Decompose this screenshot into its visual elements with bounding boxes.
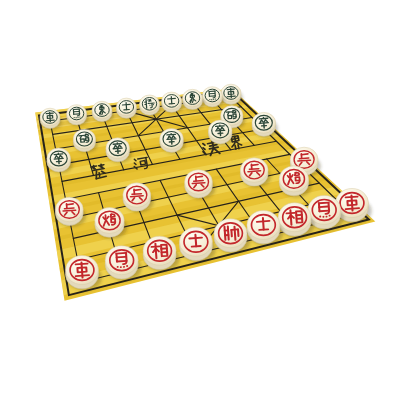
piece-char-red-chariot [345,195,359,211]
piece-black-horse[interactable] [202,87,224,108]
piece-black-soldier[interactable] [252,112,278,137]
xiangqi-board [0,0,400,400]
piece-char-red-chariot [75,262,89,278]
product-photo: Xiangqi (Chinese chess) [0,0,400,400]
piece-char-black-chariot [227,88,236,98]
piece-black-chariot[interactable] [221,84,243,105]
piece-char-black-chariot [46,112,55,122]
